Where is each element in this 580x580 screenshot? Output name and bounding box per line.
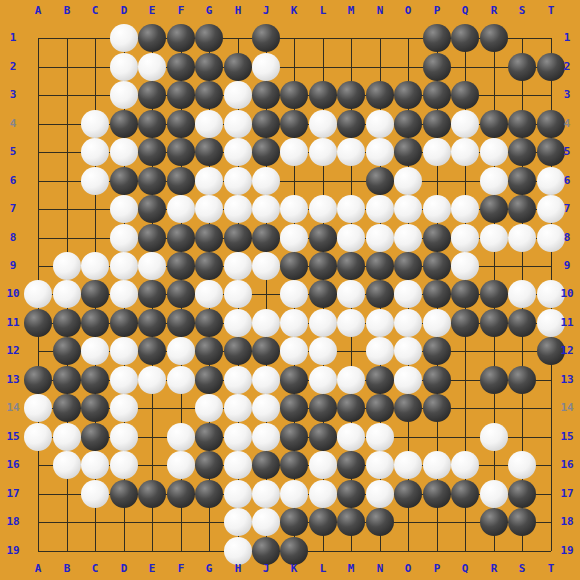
black-stone (110, 167, 138, 195)
black-stone (110, 480, 138, 508)
row-label-right: 11 (554, 317, 580, 329)
white-stone (224, 537, 252, 565)
black-stone (252, 337, 280, 365)
white-stone (81, 480, 109, 508)
white-stone (252, 508, 280, 536)
column-label-top: B (57, 5, 77, 17)
black-stone (252, 81, 280, 109)
black-stone (167, 224, 195, 252)
black-stone (508, 309, 536, 337)
white-stone (423, 195, 451, 223)
white-stone (24, 280, 52, 308)
white-stone (480, 224, 508, 252)
white-stone (309, 480, 337, 508)
white-stone (110, 451, 138, 479)
white-stone (366, 110, 394, 138)
white-stone (252, 423, 280, 451)
black-stone (167, 480, 195, 508)
black-stone (195, 81, 223, 109)
white-stone (337, 138, 365, 166)
black-stone (337, 480, 365, 508)
black-stone (252, 138, 280, 166)
black-stone (480, 366, 508, 394)
white-stone (366, 309, 394, 337)
black-stone (337, 252, 365, 280)
column-label-top: N (370, 5, 390, 17)
black-stone (423, 81, 451, 109)
black-stone (480, 195, 508, 223)
black-stone (337, 394, 365, 422)
white-stone (394, 337, 422, 365)
white-stone (423, 309, 451, 337)
white-stone (195, 167, 223, 195)
black-stone (138, 138, 166, 166)
white-stone (394, 309, 422, 337)
row-label-right: 13 (554, 374, 580, 386)
black-stone (508, 508, 536, 536)
black-stone (309, 81, 337, 109)
column-label-top: H (228, 5, 248, 17)
black-stone (366, 167, 394, 195)
row-label-left: 11 (0, 317, 26, 329)
black-stone (81, 309, 109, 337)
row-label-right: 4 (554, 118, 580, 130)
row-label-left: 19 (0, 545, 26, 557)
white-stone (508, 451, 536, 479)
white-stone (81, 451, 109, 479)
black-stone (423, 394, 451, 422)
black-stone (366, 280, 394, 308)
row-label-right: 14 (554, 402, 580, 414)
white-stone (53, 252, 81, 280)
white-stone (309, 366, 337, 394)
column-label-bottom: M (341, 563, 361, 575)
white-stone (252, 252, 280, 280)
black-stone (451, 280, 479, 308)
black-stone (423, 24, 451, 52)
row-label-left: 9 (0, 260, 26, 272)
white-stone (280, 309, 308, 337)
row-label-left: 6 (0, 175, 26, 187)
black-stone (423, 280, 451, 308)
white-stone (195, 394, 223, 422)
black-stone (224, 53, 252, 81)
white-stone (280, 138, 308, 166)
white-stone (252, 53, 280, 81)
black-stone (480, 309, 508, 337)
black-stone (138, 224, 166, 252)
white-stone (280, 337, 308, 365)
black-stone (81, 280, 109, 308)
black-stone (195, 337, 223, 365)
black-stone (508, 195, 536, 223)
row-label-left: 17 (0, 488, 26, 500)
black-stone (480, 110, 508, 138)
white-stone (138, 53, 166, 81)
column-label-bottom: S (512, 563, 532, 575)
white-stone (309, 337, 337, 365)
black-stone (167, 167, 195, 195)
black-stone (309, 423, 337, 451)
white-stone (110, 81, 138, 109)
black-stone (24, 366, 52, 394)
black-stone (480, 280, 508, 308)
white-stone (508, 224, 536, 252)
black-stone (337, 508, 365, 536)
column-label-bottom: Q (455, 563, 475, 575)
row-label-right: 3 (554, 89, 580, 101)
black-stone (53, 366, 81, 394)
white-stone (167, 195, 195, 223)
go-board-screen: AABBCCDDEEFFGGHHJJKKLLMMNNOOPPQQRRSSTT11… (0, 0, 580, 580)
white-stone (224, 195, 252, 223)
column-label-top: S (512, 5, 532, 17)
black-stone (280, 537, 308, 565)
black-stone (451, 480, 479, 508)
black-stone (195, 423, 223, 451)
black-stone (394, 110, 422, 138)
black-stone (167, 53, 195, 81)
white-stone (309, 110, 337, 138)
black-stone (280, 110, 308, 138)
black-stone (337, 81, 365, 109)
row-label-right: 5 (554, 146, 580, 158)
white-stone (423, 138, 451, 166)
white-stone (195, 280, 223, 308)
white-stone (280, 280, 308, 308)
column-label-bottom: O (398, 563, 418, 575)
row-label-left: 16 (0, 459, 26, 471)
black-stone (195, 53, 223, 81)
column-label-top: P (427, 5, 447, 17)
black-stone (138, 337, 166, 365)
white-stone (252, 394, 280, 422)
white-stone (480, 167, 508, 195)
white-stone (252, 480, 280, 508)
white-stone (224, 110, 252, 138)
white-stone (366, 195, 394, 223)
black-stone (110, 309, 138, 337)
white-stone (337, 195, 365, 223)
white-stone (451, 195, 479, 223)
row-label-left: 14 (0, 402, 26, 414)
black-stone (366, 394, 394, 422)
row-label-right: 17 (554, 488, 580, 500)
column-label-bottom: N (370, 563, 390, 575)
black-stone (138, 309, 166, 337)
column-label-top: E (142, 5, 162, 17)
white-stone (366, 451, 394, 479)
column-label-top: G (199, 5, 219, 17)
black-stone (366, 366, 394, 394)
black-stone (423, 337, 451, 365)
row-label-left: 13 (0, 374, 26, 386)
column-label-top: M (341, 5, 361, 17)
black-stone (508, 366, 536, 394)
white-stone (110, 423, 138, 451)
white-stone (423, 451, 451, 479)
white-stone (451, 252, 479, 280)
column-label-bottom: G (199, 563, 219, 575)
white-stone (394, 224, 422, 252)
white-stone (480, 138, 508, 166)
white-stone (224, 394, 252, 422)
row-label-right: 19 (554, 545, 580, 557)
black-stone (280, 423, 308, 451)
column-label-bottom: C (85, 563, 105, 575)
white-stone (24, 394, 52, 422)
black-stone (423, 366, 451, 394)
black-stone (309, 252, 337, 280)
white-stone (337, 366, 365, 394)
black-stone (195, 24, 223, 52)
column-label-top: Q (455, 5, 475, 17)
white-stone (224, 451, 252, 479)
white-stone (138, 366, 166, 394)
black-stone (280, 508, 308, 536)
column-label-top: R (484, 5, 504, 17)
white-stone (167, 423, 195, 451)
row-label-right: 18 (554, 516, 580, 528)
black-stone (451, 24, 479, 52)
black-stone (451, 309, 479, 337)
black-stone (423, 110, 451, 138)
column-label-bottom: J (256, 563, 276, 575)
column-label-top: J (256, 5, 276, 17)
column-label-bottom: A (28, 563, 48, 575)
row-label-left: 18 (0, 516, 26, 528)
white-stone (167, 366, 195, 394)
black-stone (167, 24, 195, 52)
white-stone (224, 252, 252, 280)
white-stone (394, 280, 422, 308)
white-stone (480, 423, 508, 451)
white-stone (309, 451, 337, 479)
black-stone (81, 423, 109, 451)
column-label-bottom: P (427, 563, 447, 575)
black-stone (81, 394, 109, 422)
column-label-bottom: H (228, 563, 248, 575)
row-label-left: 8 (0, 232, 26, 244)
black-stone (195, 224, 223, 252)
black-stone (337, 451, 365, 479)
row-label-right: 15 (554, 431, 580, 443)
black-stone (24, 309, 52, 337)
white-stone (53, 451, 81, 479)
black-stone (53, 394, 81, 422)
white-stone (366, 224, 394, 252)
row-label-left: 15 (0, 431, 26, 443)
white-stone (224, 309, 252, 337)
white-stone (110, 394, 138, 422)
white-stone (252, 167, 280, 195)
row-label-left: 2 (0, 61, 26, 73)
white-stone (366, 480, 394, 508)
white-stone (53, 423, 81, 451)
white-stone (53, 280, 81, 308)
row-label-right: 7 (554, 203, 580, 215)
white-stone (224, 280, 252, 308)
row-label-left: 10 (0, 288, 26, 300)
black-stone (138, 280, 166, 308)
black-stone (423, 252, 451, 280)
white-stone (110, 280, 138, 308)
white-stone (224, 366, 252, 394)
black-stone (480, 24, 508, 52)
white-stone (81, 337, 109, 365)
row-label-left: 5 (0, 146, 26, 158)
row-label-left: 12 (0, 345, 26, 357)
white-stone (394, 366, 422, 394)
white-stone (24, 423, 52, 451)
white-stone (224, 508, 252, 536)
white-stone (81, 167, 109, 195)
black-stone (252, 224, 280, 252)
black-stone (508, 110, 536, 138)
column-label-bottom: L (313, 563, 333, 575)
black-stone (394, 138, 422, 166)
column-label-top: C (85, 5, 105, 17)
black-stone (366, 252, 394, 280)
row-label-right: 12 (554, 345, 580, 357)
white-stone (394, 195, 422, 223)
column-label-top: F (171, 5, 191, 17)
white-stone (366, 337, 394, 365)
white-stone (110, 224, 138, 252)
black-stone (167, 280, 195, 308)
black-stone (195, 480, 223, 508)
row-label-left: 1 (0, 32, 26, 44)
white-stone (110, 53, 138, 81)
row-label-left: 7 (0, 203, 26, 215)
row-label-right: 9 (554, 260, 580, 272)
black-stone (167, 110, 195, 138)
white-stone (110, 337, 138, 365)
row-label-right: 8 (554, 232, 580, 244)
black-stone (309, 508, 337, 536)
column-label-top: O (398, 5, 418, 17)
white-stone (337, 423, 365, 451)
row-label-right: 2 (554, 61, 580, 73)
black-stone (366, 81, 394, 109)
black-stone (280, 81, 308, 109)
white-stone (252, 366, 280, 394)
white-stone (110, 366, 138, 394)
row-label-right: 6 (554, 175, 580, 187)
column-label-top: D (114, 5, 134, 17)
black-stone (337, 110, 365, 138)
black-stone (195, 252, 223, 280)
white-stone (252, 309, 280, 337)
column-label-top: L (313, 5, 333, 17)
black-stone (508, 480, 536, 508)
black-stone (309, 224, 337, 252)
white-stone (451, 110, 479, 138)
column-label-bottom: F (171, 563, 191, 575)
black-stone (138, 195, 166, 223)
black-stone (394, 252, 422, 280)
white-stone (224, 81, 252, 109)
black-stone (167, 81, 195, 109)
black-stone (366, 508, 394, 536)
black-stone (309, 394, 337, 422)
white-stone (508, 280, 536, 308)
white-stone (81, 252, 109, 280)
black-stone (280, 451, 308, 479)
white-stone (394, 167, 422, 195)
white-stone (480, 480, 508, 508)
white-stone (138, 252, 166, 280)
row-label-right: 10 (554, 288, 580, 300)
black-stone (394, 394, 422, 422)
black-stone (508, 167, 536, 195)
white-stone (224, 480, 252, 508)
white-stone (337, 309, 365, 337)
column-label-top: A (28, 5, 48, 17)
white-stone (451, 451, 479, 479)
black-stone (508, 138, 536, 166)
white-stone (451, 224, 479, 252)
row-label-right: 16 (554, 459, 580, 471)
white-stone (167, 337, 195, 365)
white-stone (224, 423, 252, 451)
black-stone (110, 110, 138, 138)
black-stone (195, 366, 223, 394)
black-stone (138, 480, 166, 508)
row-label-left: 3 (0, 89, 26, 101)
white-stone (110, 195, 138, 223)
black-stone (195, 451, 223, 479)
black-stone (309, 280, 337, 308)
white-stone (110, 138, 138, 166)
black-stone (81, 366, 109, 394)
white-stone (337, 280, 365, 308)
column-label-bottom: T (541, 563, 561, 575)
column-label-bottom: D (114, 563, 134, 575)
white-stone (252, 195, 280, 223)
black-stone (195, 138, 223, 166)
column-label-bottom: R (484, 563, 504, 575)
black-stone (138, 110, 166, 138)
black-stone (167, 138, 195, 166)
black-stone (224, 224, 252, 252)
black-stone (280, 394, 308, 422)
white-stone (366, 423, 394, 451)
black-stone (252, 537, 280, 565)
white-stone (280, 195, 308, 223)
black-stone (195, 309, 223, 337)
white-stone (224, 167, 252, 195)
white-stone (309, 195, 337, 223)
black-stone (252, 24, 280, 52)
white-stone (309, 138, 337, 166)
white-stone (167, 451, 195, 479)
black-stone (53, 309, 81, 337)
column-label-bottom: B (57, 563, 77, 575)
white-stone (81, 138, 109, 166)
black-stone (423, 53, 451, 81)
black-stone (252, 451, 280, 479)
black-stone (394, 480, 422, 508)
white-stone (280, 224, 308, 252)
white-stone (366, 138, 394, 166)
white-stone (337, 224, 365, 252)
black-stone (394, 81, 422, 109)
black-stone (423, 224, 451, 252)
black-stone (252, 110, 280, 138)
row-label-left: 4 (0, 118, 26, 130)
white-stone (394, 451, 422, 479)
